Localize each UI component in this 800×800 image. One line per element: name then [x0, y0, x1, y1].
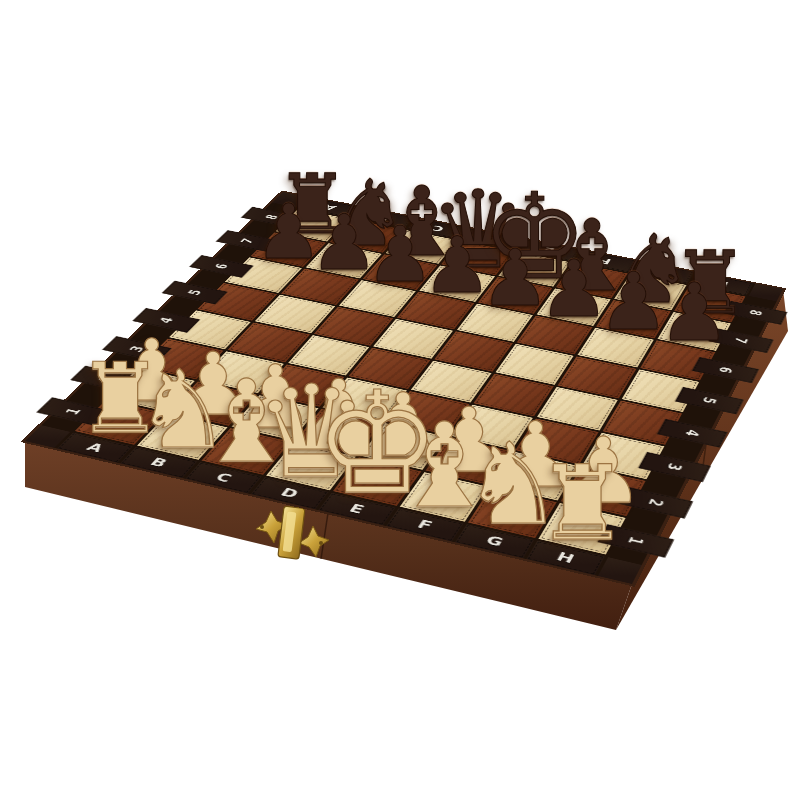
rank-label-left-4: 4 [132, 308, 200, 333]
rank-label-left-8: 8 [241, 207, 303, 228]
rank-label-left-2: 2 [70, 366, 142, 393]
rank-label-left-6: 6 [189, 255, 254, 278]
rank-label-left-7: 7 [216, 230, 279, 252]
rank-label-left-5: 5 [161, 281, 228, 305]
rank-label-left-3: 3 [102, 336, 172, 362]
rank-label-left-1: 1 [36, 397, 110, 426]
chess-set-photo: ABCDEFGH8877665544332211ABCDEFGH ♜♞♝♛♚♝♞… [0, 0, 800, 800]
